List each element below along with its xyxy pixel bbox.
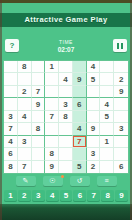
sudoku-cell-r7c4[interactable]	[45, 136, 59, 148]
sudoku-cell-r6c3[interactable]: 8	[32, 123, 46, 135]
background-left-edge	[0, 0, 2, 220]
sudoku-cell-r3c8[interactable]	[100, 86, 114, 98]
sudoku-cell-r1c4[interactable]: 1	[45, 61, 59, 73]
sudoku-cell-r8c4[interactable]: 8	[45, 148, 59, 160]
sudoku-cell-r4c8[interactable]: 4	[100, 98, 114, 110]
numpad-button-5[interactable]: 5	[60, 190, 73, 202]
sudoku-cell-r8c9[interactable]	[114, 148, 128, 160]
undo-icon: ↺	[77, 177, 83, 184]
numpad-button-8[interactable]: 8	[101, 190, 114, 202]
sudoku-cell-r4c2[interactable]	[18, 98, 32, 110]
sudoku-cell-r2c7[interactable]: 5	[87, 73, 101, 85]
sudoku-cell-r9c6[interactable]: 5	[73, 161, 87, 173]
sudoku-cell-r4c4[interactable]	[45, 98, 59, 110]
numpad-button-2[interactable]: 2	[18, 190, 31, 202]
sudoku-cell-r7c3[interactable]	[32, 136, 46, 148]
sudoku-cell-r6c4[interactable]	[45, 123, 59, 135]
sudoku-cell-r1c9[interactable]	[114, 61, 128, 73]
numpad-button-6[interactable]: 6	[73, 190, 86, 202]
sudoku-cell-r5c3[interactable]	[32, 111, 46, 123]
sudoku-cell-r8c6[interactable]	[73, 148, 87, 160]
sudoku-cell-r6c8[interactable]	[100, 123, 114, 135]
sudoku-cell-r9c4[interactable]: 9	[45, 161, 59, 173]
sudoku-cell-r5c6[interactable]	[73, 111, 87, 123]
sudoku-cell-r2c8[interactable]	[100, 73, 114, 85]
background-top-strip	[0, 0, 132, 3]
notes-pencil-button[interactable]: ✎	[16, 176, 36, 186]
sudoku-cell-r3c6[interactable]	[73, 86, 87, 98]
sudoku-cell-r1c1[interactable]	[4, 61, 18, 73]
sudoku-cell-r2c1[interactable]	[4, 73, 18, 85]
sudoku-cell-r2c5[interactable]: 4	[59, 73, 73, 85]
sudoku-cell-r5c7[interactable]	[87, 111, 101, 123]
sudoku-cell-r6c5[interactable]	[59, 123, 73, 135]
sudoku-cell-r4c3[interactable]: 9	[32, 98, 46, 110]
sudoku-cell-r8c2[interactable]	[18, 148, 32, 160]
sudoku-cell-r5c2[interactable]: 4	[18, 111, 32, 123]
sudoku-cell-r6c1[interactable]: 7	[4, 123, 18, 135]
sudoku-cell-r9c3[interactable]	[32, 161, 46, 173]
sudoku-cell-r9c5[interactable]	[59, 161, 73, 173]
sudoku-cell-r7c6[interactable]: 7	[73, 136, 87, 148]
notification-dot	[61, 175, 64, 178]
background-footer	[0, 204, 132, 220]
sudoku-cell-r2c2[interactable]	[18, 73, 32, 85]
sudoku-cell-r2c3[interactable]	[32, 73, 46, 85]
sudoku-cell-r2c6[interactable]: 9	[73, 73, 87, 85]
sudoku-cell-r1c7[interactable]: 4	[87, 61, 101, 73]
sudoku-cell-r7c8[interactable]: 1	[100, 136, 114, 148]
sudoku-cell-r8c5[interactable]	[59, 148, 73, 160]
sudoku-cell-r5c5[interactable]: 8	[59, 111, 73, 123]
sudoku-cell-r9c2[interactable]: 7	[18, 161, 32, 173]
menu-icon: ≡	[104, 177, 108, 184]
sudoku-cell-r3c9[interactable]: 9	[114, 86, 128, 98]
sudoku-cell-r2c4[interactable]	[45, 73, 59, 85]
sudoku-cell-r5c1[interactable]: 3	[4, 111, 18, 123]
app-window: Attractive Game Play ? TIME 02:07 814495…	[0, 0, 132, 220]
sudoku-cell-r7c7[interactable]	[87, 136, 101, 148]
sudoku-cell-r3c2[interactable]: 2	[18, 86, 32, 98]
sudoku-cell-r9c9[interactable]: 6	[114, 161, 128, 173]
sudoku-cell-r1c5[interactable]	[59, 61, 73, 73]
sudoku-cell-r7c5[interactable]	[59, 136, 73, 148]
sudoku-cell-r3c5[interactable]	[59, 86, 73, 98]
sudoku-cell-r9c1[interactable]: 8	[4, 161, 18, 173]
pause-icon	[117, 43, 123, 49]
sudoku-cell-r7c9[interactable]	[114, 136, 128, 148]
hint-button[interactable]: ☉	[43, 176, 63, 186]
sudoku-cell-r5c4[interactable]: 7	[45, 111, 59, 123]
sudoku-cell-r5c9[interactable]	[114, 111, 128, 123]
sudoku-cell-r7c2[interactable]: 3	[18, 136, 32, 148]
sudoku-cell-r4c7[interactable]	[87, 98, 101, 110]
toolbar: ✎☉↺≡	[0, 176, 132, 187]
number-pad: 123456789	[4, 190, 128, 202]
title-bar: Attractive Game Play	[0, 13, 132, 27]
bulb-icon: ☉	[49, 177, 55, 184]
sudoku-cell-r6c2[interactable]	[18, 123, 32, 135]
menu-button[interactable]: ≡	[97, 176, 117, 186]
sudoku-cell-r3c7[interactable]	[87, 86, 101, 98]
sudoku-cell-r8c3[interactable]	[32, 148, 46, 160]
sudoku-cell-r3c1[interactable]	[4, 86, 18, 98]
numpad-button-1[interactable]: 1	[4, 190, 17, 202]
numpad-button-9[interactable]: 9	[115, 190, 128, 202]
sudoku-cell-r2c9[interactable]: 2	[114, 73, 128, 85]
background-right-edge	[130, 0, 132, 220]
sudoku-cell-r8c7[interactable]: 3	[87, 148, 101, 160]
sudoku-cell-r1c6[interactable]	[73, 61, 87, 73]
pencil-icon: ✎	[23, 177, 29, 184]
sudoku-cell-r4c1[interactable]	[4, 98, 18, 110]
sudoku-board: 8144952279936434785784934371683879526	[3, 60, 129, 174]
sudoku-cell-r3c4[interactable]	[45, 86, 59, 98]
sudoku-cell-r3c3[interactable]: 7	[32, 86, 46, 98]
sudoku-cell-r1c3[interactable]	[32, 61, 46, 73]
sudoku-cell-r5c8[interactable]: 5	[100, 111, 114, 123]
sudoku-cell-r6c6[interactable]: 4	[73, 123, 87, 135]
sudoku-cell-r8c1[interactable]: 6	[4, 148, 18, 160]
sudoku-cell-r4c9[interactable]	[114, 98, 128, 110]
sudoku-cell-r4c5[interactable]: 3	[59, 98, 73, 110]
sudoku-cell-r6c9[interactable]: 3	[114, 123, 128, 135]
sudoku-cell-r9c7[interactable]: 2	[87, 161, 101, 173]
sudoku-cell-r8c8[interactable]	[100, 148, 114, 160]
sudoku-cell-r4c6[interactable]: 6	[73, 98, 87, 110]
sudoku-cell-r1c8[interactable]	[100, 61, 114, 73]
sudoku-cell-r1c2[interactable]: 8	[18, 61, 32, 73]
sudoku-cell-r6c7[interactable]: 9	[87, 123, 101, 135]
sudoku-cell-r9c8[interactable]	[100, 161, 114, 173]
numpad-button-7[interactable]: 7	[87, 190, 100, 202]
sudoku-cell-r7c1[interactable]: 4	[4, 136, 18, 148]
app-title: Attractive Game Play	[24, 15, 107, 24]
pause-button[interactable]	[113, 39, 127, 52]
numpad-button-4[interactable]: 4	[46, 190, 59, 202]
numpad-button-3[interactable]: 3	[32, 190, 45, 202]
undo-button[interactable]: ↺	[70, 176, 90, 186]
